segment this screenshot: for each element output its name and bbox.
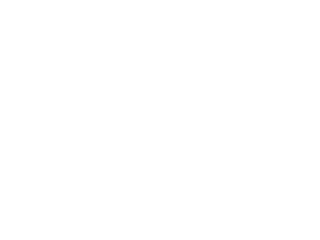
chess-board — [0, 0, 150, 200]
product-photo-canvas — [0, 0, 150, 200]
